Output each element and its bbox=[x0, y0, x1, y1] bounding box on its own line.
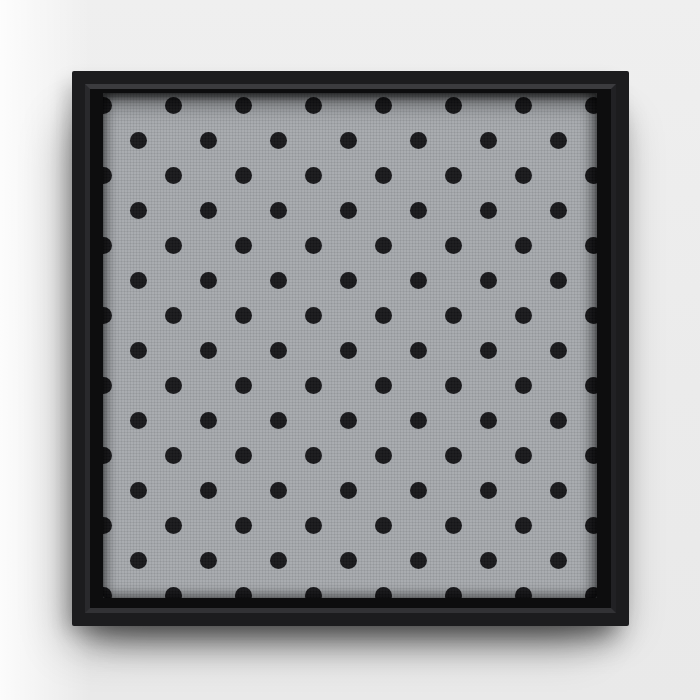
polka-dot bbox=[445, 447, 462, 464]
polka-dot bbox=[200, 412, 217, 429]
polka-dot bbox=[480, 132, 497, 149]
polka-dot bbox=[130, 482, 147, 499]
polka-dot bbox=[410, 552, 427, 569]
polka-dot bbox=[375, 517, 392, 534]
polka-dot bbox=[410, 202, 427, 219]
polka-dot bbox=[585, 377, 598, 394]
polka-dot bbox=[375, 237, 392, 254]
polka-dot bbox=[200, 132, 217, 149]
polka-dot bbox=[410, 132, 427, 149]
polka-dot bbox=[515, 447, 532, 464]
polka-dot bbox=[103, 517, 112, 534]
polka-dot bbox=[165, 447, 182, 464]
polka-dot bbox=[270, 342, 287, 359]
polka-dot bbox=[515, 587, 532, 599]
polka-dot bbox=[130, 552, 147, 569]
polka-dot bbox=[305, 307, 322, 324]
polka-dot bbox=[270, 202, 287, 219]
polka-dot bbox=[585, 167, 598, 184]
polka-dot bbox=[515, 517, 532, 534]
polka-dot bbox=[550, 412, 567, 429]
polka-dot bbox=[270, 272, 287, 289]
polka-dot bbox=[235, 307, 252, 324]
polka-dot bbox=[340, 202, 357, 219]
polka-dot bbox=[103, 447, 112, 464]
polka-dot bbox=[103, 377, 112, 394]
polka-dot bbox=[305, 97, 322, 114]
polka-dot bbox=[235, 97, 252, 114]
polka-dot bbox=[235, 447, 252, 464]
polka-dot bbox=[200, 272, 217, 289]
polka-dot bbox=[515, 377, 532, 394]
polka-dot bbox=[375, 167, 392, 184]
polka-dot bbox=[235, 167, 252, 184]
polka-dot bbox=[445, 517, 462, 534]
polka-dot bbox=[340, 132, 357, 149]
canvas-art bbox=[103, 93, 597, 598]
polka-dot bbox=[200, 342, 217, 359]
polka-dot bbox=[235, 517, 252, 534]
polka-dot bbox=[235, 377, 252, 394]
polka-dot bbox=[235, 587, 252, 599]
polka-dot bbox=[165, 587, 182, 599]
polka-dot bbox=[130, 272, 147, 289]
polka-dot bbox=[585, 237, 598, 254]
polka-dot bbox=[235, 237, 252, 254]
polka-dot bbox=[585, 587, 598, 599]
polka-dot bbox=[585, 97, 598, 114]
polka-dot bbox=[130, 132, 147, 149]
polka-dot bbox=[515, 97, 532, 114]
polka-dot bbox=[165, 307, 182, 324]
polka-dot bbox=[550, 132, 567, 149]
polka-dot bbox=[305, 517, 322, 534]
polka-dot bbox=[375, 377, 392, 394]
polka-dot bbox=[480, 482, 497, 499]
polka-dot bbox=[305, 237, 322, 254]
polka-dot bbox=[340, 552, 357, 569]
polka-dot bbox=[410, 342, 427, 359]
wall bbox=[0, 0, 700, 700]
polka-dot bbox=[480, 272, 497, 289]
polka-dot bbox=[270, 412, 287, 429]
polka-dot bbox=[410, 412, 427, 429]
polka-dot bbox=[305, 447, 322, 464]
polka-dot bbox=[130, 342, 147, 359]
polka-dot bbox=[103, 97, 112, 114]
polka-dot bbox=[515, 167, 532, 184]
polka-dot bbox=[270, 132, 287, 149]
polka-dot bbox=[550, 552, 567, 569]
polka-dot bbox=[445, 97, 462, 114]
polka-dot bbox=[165, 517, 182, 534]
polka-dot bbox=[165, 97, 182, 114]
polka-dot bbox=[200, 482, 217, 499]
polka-dot bbox=[375, 587, 392, 599]
polka-dot bbox=[585, 447, 598, 464]
polka-dot bbox=[305, 377, 322, 394]
polka-dot bbox=[103, 167, 112, 184]
polka-dot bbox=[200, 552, 217, 569]
polka-dot bbox=[130, 412, 147, 429]
polka-dot bbox=[480, 412, 497, 429]
polka-dot bbox=[480, 202, 497, 219]
polka-dot bbox=[305, 587, 322, 599]
polka-dot bbox=[445, 587, 462, 599]
polka-dot bbox=[375, 307, 392, 324]
polka-dot bbox=[165, 167, 182, 184]
polka-dot bbox=[550, 202, 567, 219]
polka-dot bbox=[550, 482, 567, 499]
polka-dot bbox=[165, 377, 182, 394]
polka-dot bbox=[550, 342, 567, 359]
polka-dot bbox=[410, 272, 427, 289]
polka-dot bbox=[445, 377, 462, 394]
polka-dot bbox=[445, 167, 462, 184]
polka-dot bbox=[305, 167, 322, 184]
polka-dot bbox=[340, 342, 357, 359]
polka-dot bbox=[480, 342, 497, 359]
polka-dot bbox=[103, 587, 112, 599]
polka-dot bbox=[103, 237, 112, 254]
polka-dot bbox=[480, 552, 497, 569]
polka-dot bbox=[445, 237, 462, 254]
polka-dot bbox=[103, 307, 112, 324]
polka-dot bbox=[515, 237, 532, 254]
polka-dot bbox=[340, 482, 357, 499]
polka-dot bbox=[270, 482, 287, 499]
picture-frame bbox=[72, 71, 629, 626]
polka-dot bbox=[270, 552, 287, 569]
polka-dot bbox=[445, 307, 462, 324]
polka-dot bbox=[375, 97, 392, 114]
polka-dot bbox=[340, 272, 357, 289]
polka-dot bbox=[585, 517, 598, 534]
polka-dot bbox=[130, 202, 147, 219]
polka-dot bbox=[410, 482, 427, 499]
polka-dot bbox=[165, 237, 182, 254]
polka-dot bbox=[515, 307, 532, 324]
polka-dot bbox=[200, 202, 217, 219]
polka-dot bbox=[340, 412, 357, 429]
polka-dot bbox=[550, 272, 567, 289]
polka-dot bbox=[585, 307, 598, 324]
polka-dot bbox=[375, 447, 392, 464]
